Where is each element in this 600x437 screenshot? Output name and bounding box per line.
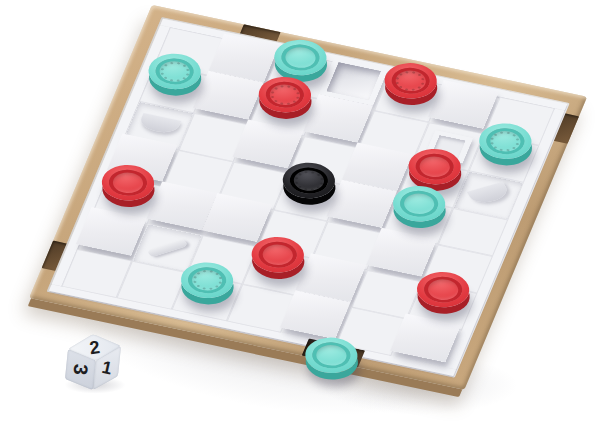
die-digit-left: 3 xyxy=(70,363,90,375)
die-digit-top: 2 xyxy=(88,338,101,357)
product-photo-scene: 3 1 2 xyxy=(0,0,600,437)
number-die[interactable]: 3 1 2 xyxy=(60,328,130,398)
die-digit-right: 1 xyxy=(100,358,113,377)
